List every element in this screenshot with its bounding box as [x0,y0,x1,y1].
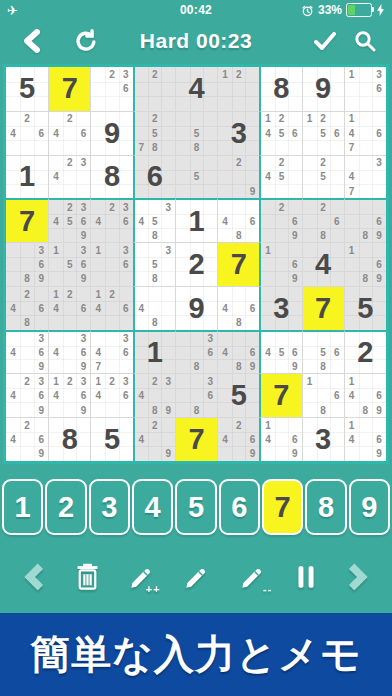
pencil-marks: 1469 [345,418,386,461]
cell-value: 4 [303,243,344,286]
cell-r3c5[interactable]: 5 [175,155,217,199]
cell-r8c9[interactable]: 14689 [344,373,386,417]
status-time: 00:42 [117,3,275,17]
cell-r3c2[interactable]: 234 [48,155,90,199]
pencil-marks: 2 [135,67,175,111]
cell-r4c8[interactable]: 268 [302,198,344,242]
cell-r2c3[interactable]: 9 [90,111,132,155]
pencil-marks: 268 [303,200,344,242]
pencil-marks: 2468 [6,287,48,330]
battery-icon [346,3,372,17]
ad-banner[interactable]: 簡単な入力とメモ [0,613,392,696]
cell-r8c1[interactable]: 23469 [6,373,48,417]
cell-r5c2[interactable]: 13569 [48,242,90,286]
pencil-plus-label: ++ [146,583,161,595]
pencil-marks: 23489 [135,374,175,417]
cell-r4c7[interactable]: 269 [259,198,301,242]
cell-r1c8[interactable]: 9 [302,67,344,111]
cell-r7c5[interactable]: 368 [175,330,217,374]
cell-value: 5 [91,418,132,461]
cell-value: 1 [176,200,217,242]
cell-r2c9[interactable]: 1467 [344,111,386,155]
pencil-marks: 269 [261,200,301,242]
cell-r3c1[interactable]: 1 [6,155,48,199]
cell-r8c4[interactable]: 23489 [133,373,175,417]
cell-value: 3 [218,112,259,155]
cell-r2c2[interactable]: 246 [48,111,90,155]
cell-r4c1[interactable]: 7 [6,198,48,242]
cell-r9c4[interactable]: 249 [133,417,175,461]
num-key-7[interactable]: 7 [262,479,303,535]
pencil-marks: 136 [345,67,386,111]
pencil-marks: 4569 [261,332,301,374]
cell-r5c5[interactable]: 2 [175,242,217,286]
cell-value: 6 [135,156,175,199]
cell-r8c6[interactable]: 5 [217,373,259,417]
cell-r7c1[interactable]: 3469 [6,330,48,374]
cell-value: 1 [135,332,175,374]
pencil-marks: 2469 [6,418,48,461]
cell-r9c2[interactable]: 8 [48,417,90,461]
pencil-marks: 12 [218,67,259,111]
pencil-marks: 246 [49,112,90,155]
num-key-5[interactable]: 5 [175,479,216,535]
cell-value: 3 [303,418,344,461]
pencil-marks: 3689 [6,243,48,286]
cell-r1c7[interactable]: 8 [259,67,301,111]
cell-r5c8[interactable]: 4 [302,242,344,286]
cell-r5c6[interactable]: 7 [217,242,259,286]
cell-value: 9 [91,112,132,155]
cell-r3c9[interactable]: 347 [344,155,386,199]
cell-r1c4[interactable]: 2 [133,67,175,111]
cell-r8c5[interactable]: 368 [175,373,217,417]
num-key-8[interactable]: 8 [305,479,346,535]
back-button[interactable] [18,20,46,62]
cell-r9c8[interactable]: 3 [302,417,344,461]
difficulty-label: Hard [140,29,190,52]
pencil-marks: 3467 [91,332,132,374]
cell-r5c3[interactable]: 136 [90,242,132,286]
check-button[interactable] [310,20,340,62]
pencil-marks: 5 [176,156,217,199]
cell-r9c9[interactable]: 1469 [344,417,386,461]
cell-r6c5[interactable]: 9 [175,286,217,330]
pencil-marks: 23469 [6,374,48,417]
charging-bolt-icon [376,4,385,16]
cell-value: 9 [303,67,344,111]
cell-r4c5[interactable]: 1 [175,198,217,242]
pencil-marks: 4689 [218,332,259,374]
pencil-marks: 568 [303,332,344,374]
pencil-marks: 48 [135,287,175,330]
num-key-2[interactable]: 2 [45,479,86,535]
cell-r4c6[interactable]: 468 [217,198,259,242]
pencil-marks: 2578 [135,112,175,155]
cell-value: 7 [176,418,217,461]
cell-r2c7[interactable]: 12456 [259,111,301,155]
cell-r6c1[interactable]: 2468 [6,286,48,330]
cell-value: 2 [345,332,386,374]
cell-r9c1[interactable]: 2469 [6,417,48,461]
cell-r5c4[interactable]: 358 [133,242,175,286]
pencil-marks: 368 [176,374,217,417]
cell-r9c5[interactable]: 7 [175,417,217,461]
cell-r6c7[interactable]: 3 [259,286,301,330]
cell-r1c2[interactable]: 7 [48,67,90,111]
cell-value: 7 [49,67,90,111]
cell-r3c3[interactable]: 8 [90,155,132,199]
cell-r1c3[interactable]: 236 [90,67,132,111]
pause-icon[interactable] [294,563,318,591]
cell-r6c4[interactable]: 48 [133,286,175,330]
previous-chevron-icon[interactable] [22,563,48,591]
cell-r6c3[interactable]: 1246 [90,286,132,330]
pencil-minus-label: -- [263,583,272,595]
cell-value: 8 [91,156,132,199]
cell-r6c6[interactable]: 468 [217,286,259,330]
pencil-marks: 29 [218,156,259,199]
pencil-minus-icon[interactable]: -- [238,562,268,592]
pencil-marks: 468 [218,287,259,330]
tool-bar: ++ -- [0,555,392,599]
cell-r1c1[interactable]: 5 [6,67,48,111]
cell-value: 7 [6,200,48,242]
pencil-marks: 246 [6,112,48,155]
pencil-marks: 368 [176,332,217,374]
cell-r9c7[interactable]: 1469 [259,417,301,461]
pencil-marks: 1246 [49,287,90,330]
pencil-marks: 236 [91,67,132,111]
cell-r4c2[interactable]: 234569 [48,198,90,242]
cell-value: 7 [303,287,344,330]
cell-r9c3[interactable]: 5 [90,417,132,461]
number-pad: 123456789 [0,479,392,535]
num-key-1[interactable]: 1 [2,479,43,535]
cell-value: 3 [261,287,301,330]
next-chevron-icon[interactable] [344,563,370,591]
cell-value: 2 [176,243,217,286]
status-bar: ✈ 00:42 33% [0,0,392,20]
cell-r5c1[interactable]: 3689 [6,242,48,286]
cell-r8c8[interactable]: 168 [302,373,344,417]
pencil-marks: 2346 [91,200,132,242]
pencil-marks: 1469 [261,418,301,461]
cell-r4c4[interactable]: 3458 [133,198,175,242]
pencil-marks: 1467 [345,112,386,155]
pencil-marks: 169 [261,243,301,286]
cell-value: 8 [261,67,301,111]
cell-r4c3[interactable]: 2346 [90,198,132,242]
pencil-marks: 168 [303,374,344,417]
trash-icon[interactable] [74,562,101,592]
pencil-marks: 13569 [49,243,90,286]
cell-r3c8[interactable]: 25 [302,155,344,199]
cell-r2c1[interactable]: 246 [6,111,48,155]
cell-r6c9[interactable]: 5 [344,286,386,330]
num-key-9[interactable]: 9 [349,479,390,535]
cell-r7c6[interactable]: 4689 [217,330,259,374]
pencil-marks: 234569 [49,200,90,242]
cell-r8c3[interactable]: 12346 [90,373,132,417]
cell-r1c9[interactable]: 136 [344,67,386,111]
cell-r8c7[interactable]: 7 [259,373,301,417]
cell-value: 5 [6,67,48,111]
pencil-marks: 136 [91,243,132,286]
cell-r6c8[interactable]: 7 [302,286,344,330]
alarm-clock-icon [301,4,314,17]
pencil-marks: 3469 [49,332,90,374]
airplane-mode-icon: ✈ [7,4,18,17]
cell-r3c7[interactable]: 245 [259,155,301,199]
pencil-marks: 25 [303,156,344,199]
cell-r5c7[interactable]: 169 [259,242,301,286]
cell-r7c9[interactable]: 2 [344,330,386,374]
cell-r7c3[interactable]: 3467 [90,330,132,374]
sudoku-board: 5723624128913624624692578583124561256146… [3,64,389,464]
num-key-6[interactable]: 6 [219,479,260,535]
cell-r7c8[interactable]: 568 [302,330,344,374]
sudoku-app: ✈ 00:42 33% Hard 00:23 [0,0,392,696]
cell-value: 5 [218,374,259,417]
cell-r3c6[interactable]: 29 [217,155,259,199]
pencil-plus-icon[interactable]: ++ [127,562,157,592]
cell-value: 7 [261,374,301,417]
pencil-marks: 468 [218,200,259,242]
cell-r2c6[interactable]: 3 [217,111,259,155]
timer-value: 00:23 [196,29,252,52]
pencil-marks: 12456 [261,112,301,155]
pencil-marks: 245 [261,156,301,199]
cell-value: 8 [49,418,90,461]
pencil-marks: 358 [135,243,175,286]
pencil-marks: 12346 [91,374,132,417]
cell-value: 4 [176,67,217,111]
search-button[interactable] [350,20,380,62]
cell-value: 5 [345,287,386,330]
pencil-marks: 1689 [345,243,386,286]
cell-r4c9[interactable]: 689 [344,198,386,242]
battery-percent: 33% [318,3,342,17]
cell-r7c7[interactable]: 4569 [259,330,301,374]
cell-r1c6[interactable]: 12 [217,67,259,111]
pencil-marks: 14689 [345,374,386,417]
cell-r5c9[interactable]: 1689 [344,242,386,286]
restart-button[interactable] [70,20,102,62]
cell-r9c6[interactable]: 2469 [217,417,259,461]
pencil-icon[interactable] [182,562,212,592]
num-key-4[interactable]: 4 [132,479,173,535]
cell-r1c5[interactable]: 4 [175,67,217,111]
cell-r2c5[interactable]: 58 [175,111,217,155]
pencil-marks: 234 [49,156,90,199]
pencil-marks: 1256 [303,112,344,155]
cell-value: 7 [218,243,259,286]
cell-r8c2[interactable]: 123469 [48,373,90,417]
cell-r7c2[interactable]: 3469 [48,330,90,374]
app-bar: Hard 00:23 [0,20,392,62]
pencil-marks: 689 [345,200,386,242]
cell-r3c4[interactable]: 6 [133,155,175,199]
cell-value: 1 [6,156,48,199]
pencil-marks: 3458 [135,200,175,242]
pencil-marks: 58 [176,112,217,155]
banner-text: 簡単な入力とメモ [30,627,362,682]
cell-r2c8[interactable]: 1256 [302,111,344,155]
cell-r2c4[interactable]: 2578 [133,111,175,155]
pencil-marks: 347 [345,156,386,199]
num-key-3[interactable]: 3 [89,479,130,535]
pencil-marks: 2469 [218,418,259,461]
pencil-marks: 123469 [49,374,90,417]
cell-r6c2[interactable]: 1246 [48,286,90,330]
cell-r7c4[interactable]: 1 [133,330,175,374]
cell-value: 9 [176,287,217,330]
pencil-marks: 249 [135,418,175,461]
pencil-marks: 3469 [6,332,48,374]
pencil-marks: 1246 [91,287,132,330]
